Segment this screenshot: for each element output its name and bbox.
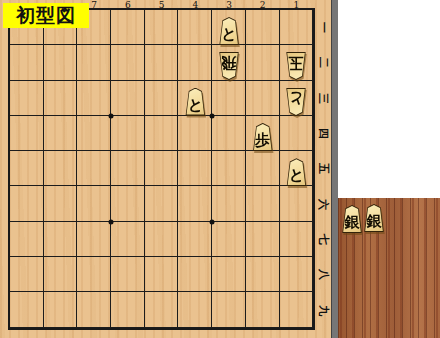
board-cell[interactable] xyxy=(145,257,179,292)
board-cell[interactable] xyxy=(280,116,314,151)
board-cell[interactable] xyxy=(77,292,111,327)
board-cell[interactable] xyxy=(145,10,179,45)
board-cell[interactable] xyxy=(111,10,145,45)
board-cell[interactable] xyxy=(145,151,179,186)
board-cell[interactable] xyxy=(246,10,280,45)
board-cell[interactable] xyxy=(111,116,145,151)
file-label: 1 xyxy=(280,0,314,10)
board-cell[interactable] xyxy=(111,222,145,257)
hoshi-dot xyxy=(210,113,215,118)
rank-label: 九 xyxy=(315,292,331,327)
file-label: 6 xyxy=(111,0,145,10)
board-cell[interactable] xyxy=(145,116,179,151)
board-cell[interactable] xyxy=(246,81,280,116)
board-cell[interactable] xyxy=(44,45,78,80)
board-cell[interactable] xyxy=(111,257,145,292)
hoshi-dot xyxy=(109,113,114,118)
rank-label-text: 九 xyxy=(316,305,331,316)
piece-body: 銀 xyxy=(363,204,385,232)
board-cell[interactable] xyxy=(280,257,314,292)
board-cell[interactable] xyxy=(178,151,212,186)
shogi-piece[interactable]: 玉 xyxy=(285,52,307,80)
rank-label: 二 xyxy=(315,45,331,80)
board-cell[interactable] xyxy=(178,186,212,221)
board-cell[interactable] xyxy=(145,292,179,327)
piece-face: 歩 xyxy=(253,124,273,150)
board-cell[interactable] xyxy=(44,81,78,116)
shogi-piece[interactable]: と xyxy=(285,88,307,116)
piece-body: 飛 xyxy=(218,52,240,80)
hoshi-dot xyxy=(109,219,114,224)
board-grid xyxy=(8,8,315,330)
board-cell[interactable] xyxy=(178,116,212,151)
board-cell[interactable] xyxy=(44,151,78,186)
board-cell[interactable] xyxy=(111,151,145,186)
piece-face: 銀 xyxy=(342,206,362,232)
board-cell[interactable] xyxy=(10,186,44,221)
piece-face: と xyxy=(219,18,239,44)
board-edge-strip xyxy=(331,0,338,338)
board-cell[interactable] xyxy=(145,222,179,257)
board-cell[interactable] xyxy=(77,257,111,292)
piece-body: と xyxy=(218,17,240,45)
board-cell[interactable] xyxy=(111,45,145,80)
board-cell[interactable] xyxy=(246,222,280,257)
board-cell[interactable] xyxy=(246,292,280,327)
board-cell[interactable] xyxy=(212,292,246,327)
rank-label-text: 七 xyxy=(316,234,331,245)
board-cell[interactable] xyxy=(212,81,246,116)
piece-face: と xyxy=(286,159,306,185)
rank-label-text: 二 xyxy=(316,57,331,68)
shogi-diagram: 7654321 一二三四五六七八九 初型図 と飛玉とと歩と 銀銀 xyxy=(0,0,440,338)
board-cell[interactable] xyxy=(178,222,212,257)
board-cell[interactable] xyxy=(145,81,179,116)
board-cell[interactable] xyxy=(10,45,44,80)
shogi-board: 7654321 一二三四五六七八九 初型図 と飛玉とと歩と xyxy=(0,0,331,338)
rank-label: 一 xyxy=(315,10,331,45)
piece-stand: 銀銀 xyxy=(338,198,440,338)
rank-label-text: 五 xyxy=(316,163,331,174)
hand-piece[interactable]: 銀 xyxy=(363,204,385,232)
board-cell[interactable] xyxy=(77,222,111,257)
shogi-piece[interactable]: 飛 xyxy=(218,52,240,80)
board-cell[interactable] xyxy=(246,186,280,221)
board-cell[interactable] xyxy=(77,81,111,116)
board-cell[interactable] xyxy=(178,257,212,292)
hand-piece[interactable]: 銀 xyxy=(341,205,363,233)
board-cell[interactable] xyxy=(44,257,78,292)
piece-face: と xyxy=(185,89,205,115)
file-label: 4 xyxy=(179,0,213,10)
board-cell[interactable] xyxy=(212,116,246,151)
board-cell[interactable] xyxy=(10,257,44,292)
piece-kanji-label: と xyxy=(289,164,304,185)
board-cell[interactable] xyxy=(178,45,212,80)
piece-kanji-label: と xyxy=(289,89,304,110)
piece-body: と xyxy=(285,88,307,116)
board-cell[interactable] xyxy=(178,292,212,327)
rank-label: 七 xyxy=(315,222,331,257)
rank-label-text: 一 xyxy=(316,22,331,33)
shogi-piece[interactable]: 歩 xyxy=(252,123,274,151)
shogi-piece[interactable]: と xyxy=(285,158,307,186)
shogi-piece[interactable]: と xyxy=(218,17,240,45)
board-cell[interactable] xyxy=(44,186,78,221)
file-label: 3 xyxy=(212,0,246,10)
rank-label: 五 xyxy=(315,151,331,186)
board-cell[interactable] xyxy=(77,116,111,151)
board-cell[interactable] xyxy=(212,222,246,257)
board-cell[interactable] xyxy=(77,151,111,186)
piece-kanji-label: 銀 xyxy=(345,211,360,232)
piece-kanji-label: 歩 xyxy=(255,129,270,150)
board-cell[interactable] xyxy=(280,10,314,45)
rank-label-text: 四 xyxy=(316,128,331,139)
rank-label: 六 xyxy=(315,187,331,222)
rank-label: 三 xyxy=(315,81,331,116)
board-cell[interactable] xyxy=(111,292,145,327)
board-cell[interactable] xyxy=(280,292,314,327)
board-cell[interactable] xyxy=(280,222,314,257)
piece-body: と xyxy=(285,158,307,186)
board-cell[interactable] xyxy=(44,222,78,257)
piece-body: と xyxy=(184,88,206,116)
board-cell[interactable] xyxy=(10,81,44,116)
piece-kanji-label: 玉 xyxy=(289,53,304,74)
board-cell[interactable] xyxy=(10,151,44,186)
board-cell[interactable] xyxy=(280,186,314,221)
board-cell[interactable] xyxy=(246,45,280,80)
board-cell[interactable] xyxy=(10,116,44,151)
board-cell[interactable] xyxy=(212,151,246,186)
board-cell[interactable] xyxy=(111,186,145,221)
board-cell[interactable] xyxy=(44,292,78,327)
piece-kanji-label: 銀 xyxy=(367,210,382,231)
rank-label-text: 三 xyxy=(316,93,331,104)
piece-kanji-label: 飛 xyxy=(222,53,237,74)
piece-face: 銀 xyxy=(364,205,384,231)
board-cell[interactable] xyxy=(246,257,280,292)
file-label: 5 xyxy=(145,0,179,10)
board-cell[interactable] xyxy=(77,186,111,221)
board-cell[interactable] xyxy=(44,116,78,151)
rank-label-text: 八 xyxy=(316,269,331,280)
board-cell[interactable] xyxy=(77,45,111,80)
board-cell[interactable] xyxy=(212,257,246,292)
hoshi-dot xyxy=(210,219,215,224)
diagram-title-badge: 初型図 xyxy=(3,3,89,28)
piece-body: 歩 xyxy=(252,123,274,151)
board-cell[interactable] xyxy=(212,186,246,221)
board-cell[interactable] xyxy=(10,222,44,257)
board-cell[interactable] xyxy=(10,292,44,327)
piece-face: 飛 xyxy=(219,53,239,79)
board-cell[interactable] xyxy=(145,45,179,80)
board-cell[interactable] xyxy=(111,81,145,116)
board-cell[interactable] xyxy=(178,10,212,45)
rank-label: 四 xyxy=(315,116,331,151)
rank-label-text: 六 xyxy=(316,199,331,210)
piece-body: 銀 xyxy=(341,205,363,233)
board-cell[interactable] xyxy=(145,186,179,221)
file-label: 2 xyxy=(246,0,280,10)
rank-label: 八 xyxy=(315,257,331,292)
piece-body: 玉 xyxy=(285,52,307,80)
board-cell[interactable] xyxy=(246,151,280,186)
shogi-piece[interactable]: と xyxy=(184,88,206,116)
piece-kanji-label: と xyxy=(221,23,236,44)
piece-kanji-label: と xyxy=(188,94,203,115)
